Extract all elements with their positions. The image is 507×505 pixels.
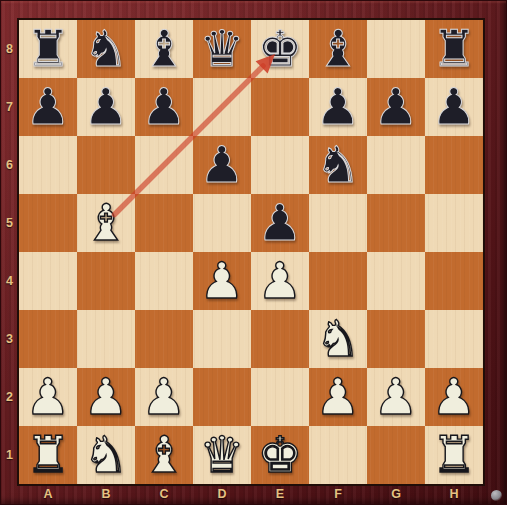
rank-label-8: 8 xyxy=(0,20,19,78)
square-d2[interactable] xyxy=(193,368,251,426)
square-g2[interactable]: ♟ xyxy=(367,368,425,426)
file-label-d: D xyxy=(193,486,251,503)
piece-white-pawn[interactable]: ♟ xyxy=(77,368,135,426)
square-c5[interactable] xyxy=(135,194,193,252)
square-e5[interactable]: ♟ xyxy=(251,194,309,252)
piece-white-pawn[interactable]: ♟ xyxy=(135,368,193,426)
square-e7[interactable] xyxy=(251,78,309,136)
file-label-h: H xyxy=(425,486,483,503)
square-c8[interactable]: ♝ xyxy=(135,20,193,78)
piece-white-knight[interactable]: ♞ xyxy=(309,310,367,368)
piece-white-rook[interactable]: ♜ xyxy=(19,426,77,484)
square-d5[interactable] xyxy=(193,194,251,252)
square-f3[interactable]: ♞ xyxy=(309,310,367,368)
square-b2[interactable]: ♟ xyxy=(77,368,135,426)
piece-white-bishop[interactable]: ♝ xyxy=(135,426,193,484)
file-label-c: C xyxy=(135,486,193,503)
square-a5[interactable] xyxy=(19,194,77,252)
square-f7[interactable]: ♟ xyxy=(309,78,367,136)
piece-white-pawn[interactable]: ♟ xyxy=(425,368,483,426)
square-a4[interactable] xyxy=(19,252,77,310)
rank-label-3: 3 xyxy=(0,310,19,368)
square-h4[interactable] xyxy=(425,252,483,310)
square-f6[interactable]: ♞ xyxy=(309,136,367,194)
file-label-a: A xyxy=(19,486,77,503)
square-g1[interactable] xyxy=(367,426,425,484)
file-label-f: F xyxy=(309,486,367,503)
piece-black-rook[interactable]: ♜ xyxy=(19,20,77,78)
square-h3[interactable] xyxy=(425,310,483,368)
piece-white-queen[interactable]: ♛ xyxy=(193,426,251,484)
square-f4[interactable] xyxy=(309,252,367,310)
rank-label-7: 7 xyxy=(0,78,19,136)
square-f2[interactable]: ♟ xyxy=(309,368,367,426)
piece-black-bishop[interactable]: ♝ xyxy=(135,20,193,78)
square-e8[interactable]: ♚ xyxy=(251,20,309,78)
piece-white-pawn[interactable]: ♟ xyxy=(367,368,425,426)
square-h6[interactable] xyxy=(425,136,483,194)
square-b3[interactable] xyxy=(77,310,135,368)
square-f5[interactable] xyxy=(309,194,367,252)
chess-board: ♜♞♝♛♚♝♜♟♟♟♟♟♟♟♞♝♟♟♟♞♟♟♟♟♟♟♜♞♝♛♚♜ xyxy=(19,20,483,484)
square-c2[interactable]: ♟ xyxy=(135,368,193,426)
square-b4[interactable] xyxy=(77,252,135,310)
piece-black-pawn[interactable]: ♟ xyxy=(19,78,77,136)
piece-black-king[interactable]: ♚ xyxy=(251,20,309,78)
square-h5[interactable] xyxy=(425,194,483,252)
square-a8[interactable]: ♜ xyxy=(19,20,77,78)
piece-white-pawn[interactable]: ♟ xyxy=(193,252,251,310)
square-b7[interactable]: ♟ xyxy=(77,78,135,136)
square-c7[interactable]: ♟ xyxy=(135,78,193,136)
square-e3[interactable] xyxy=(251,310,309,368)
square-c6[interactable] xyxy=(135,136,193,194)
file-label-e: E xyxy=(251,486,309,503)
square-g6[interactable] xyxy=(367,136,425,194)
piece-white-rook[interactable]: ♜ xyxy=(425,426,483,484)
square-h1[interactable]: ♜ xyxy=(425,426,483,484)
square-f1[interactable] xyxy=(309,426,367,484)
piece-black-bishop[interactable]: ♝ xyxy=(309,20,367,78)
square-f8[interactable]: ♝ xyxy=(309,20,367,78)
square-a6[interactable] xyxy=(19,136,77,194)
square-d8[interactable]: ♛ xyxy=(193,20,251,78)
file-label-g: G xyxy=(367,486,425,503)
square-a7[interactable]: ♟ xyxy=(19,78,77,136)
piece-white-pawn[interactable]: ♟ xyxy=(251,252,309,310)
piece-black-pawn[interactable]: ♟ xyxy=(193,136,251,194)
square-d7[interactable] xyxy=(193,78,251,136)
rank-label-1: 1 xyxy=(0,426,19,484)
square-a3[interactable] xyxy=(19,310,77,368)
rank-label-6: 6 xyxy=(0,136,19,194)
square-b8[interactable]: ♞ xyxy=(77,20,135,78)
piece-black-knight[interactable]: ♞ xyxy=(309,136,367,194)
piece-black-pawn[interactable]: ♟ xyxy=(425,78,483,136)
square-g8[interactable] xyxy=(367,20,425,78)
square-e2[interactable] xyxy=(251,368,309,426)
rank-label-2: 2 xyxy=(0,368,19,426)
square-d4[interactable]: ♟ xyxy=(193,252,251,310)
square-d6[interactable]: ♟ xyxy=(193,136,251,194)
square-h2[interactable]: ♟ xyxy=(425,368,483,426)
square-g4[interactable] xyxy=(367,252,425,310)
piece-black-pawn[interactable]: ♟ xyxy=(367,78,425,136)
square-e1[interactable]: ♚ xyxy=(251,426,309,484)
piece-white-king[interactable]: ♚ xyxy=(251,426,309,484)
corner-dot-icon xyxy=(491,490,502,501)
square-g5[interactable] xyxy=(367,194,425,252)
square-d1[interactable]: ♛ xyxy=(193,426,251,484)
piece-black-pawn[interactable]: ♟ xyxy=(251,194,309,252)
square-b1[interactable]: ♞ xyxy=(77,426,135,484)
square-e6[interactable] xyxy=(251,136,309,194)
square-c4[interactable] xyxy=(135,252,193,310)
square-h8[interactable]: ♜ xyxy=(425,20,483,78)
square-b6[interactable] xyxy=(77,136,135,194)
piece-black-pawn[interactable]: ♟ xyxy=(309,78,367,136)
piece-black-rook[interactable]: ♜ xyxy=(425,20,483,78)
square-g3[interactable] xyxy=(367,310,425,368)
piece-black-pawn[interactable]: ♟ xyxy=(77,78,135,136)
piece-black-pawn[interactable]: ♟ xyxy=(135,78,193,136)
piece-white-pawn[interactable]: ♟ xyxy=(19,368,77,426)
square-h7[interactable]: ♟ xyxy=(425,78,483,136)
piece-white-pawn[interactable]: ♟ xyxy=(309,368,367,426)
piece-white-knight[interactable]: ♞ xyxy=(77,426,135,484)
chess-app-window: ♜♞♝♛♚♝♜♟♟♟♟♟♟♟♞♝♟♟♟♞♟♟♟♟♟♟♜♞♝♛♚♜ 8765432… xyxy=(0,0,507,505)
piece-black-queen[interactable]: ♛ xyxy=(193,20,251,78)
rank-label-5: 5 xyxy=(0,194,19,252)
square-a2[interactable]: ♟ xyxy=(19,368,77,426)
piece-white-bishop[interactable]: ♝ xyxy=(77,194,135,252)
rank-label-4: 4 xyxy=(0,252,19,310)
square-d3[interactable] xyxy=(193,310,251,368)
square-e4[interactable]: ♟ xyxy=(251,252,309,310)
piece-black-knight[interactable]: ♞ xyxy=(77,20,135,78)
square-c1[interactable]: ♝ xyxy=(135,426,193,484)
square-b5[interactable]: ♝ xyxy=(77,194,135,252)
square-a1[interactable]: ♜ xyxy=(19,426,77,484)
file-label-b: B xyxy=(77,486,135,503)
square-g7[interactable]: ♟ xyxy=(367,78,425,136)
square-c3[interactable] xyxy=(135,310,193,368)
